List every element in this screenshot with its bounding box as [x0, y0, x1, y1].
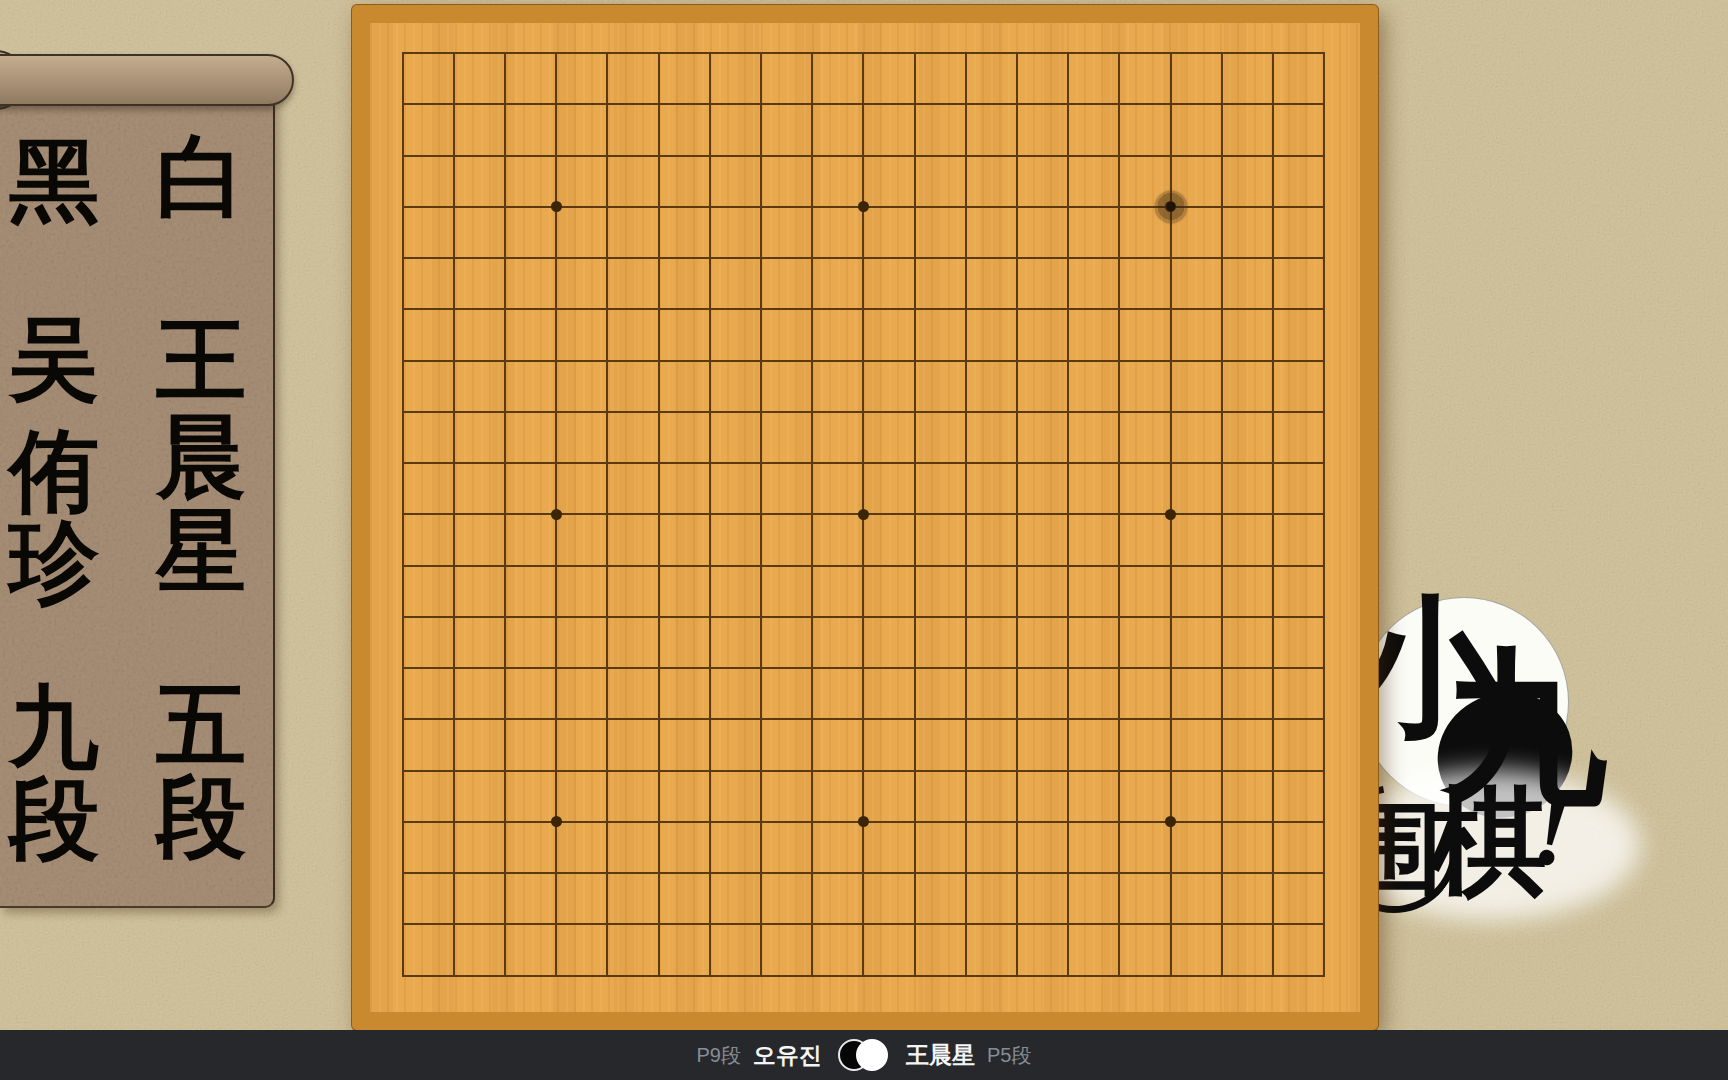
white-name-char: 王: [156, 316, 246, 406]
grid-line-vertical: [1067, 52, 1069, 977]
black-name-char: 珍: [9, 518, 99, 608]
black-rank-badge: P9段: [697, 1042, 741, 1069]
grid-line-vertical: [1118, 52, 1120, 977]
grid-line-vertical: [965, 52, 967, 977]
white-label-char: 白: [156, 133, 246, 223]
star-point: [858, 201, 869, 212]
white-rank-char: 段: [156, 773, 246, 863]
grid-line-horizontal: [402, 872, 1326, 874]
grid-line-horizontal: [402, 975, 1326, 977]
board-grid: [370, 23, 1360, 1012]
black-rank-char: 段: [9, 775, 99, 865]
black-player-name: 오유진: [753, 1040, 822, 1071]
grid-line-horizontal: [402, 770, 1326, 772]
grid-line-horizontal: [402, 718, 1326, 720]
grid-line-horizontal: [402, 616, 1326, 618]
white-rank-char: 五: [156, 681, 246, 771]
white-rank-badge: P5段: [987, 1042, 1031, 1069]
white-name-char: 晨: [156, 413, 246, 503]
black-name-char: 侑: [9, 427, 99, 517]
stone-colors-icon: [838, 1037, 890, 1073]
status-bar: P9段 오유진 王晨星 P5段: [0, 1030, 1728, 1080]
grid-line-vertical: [1323, 52, 1325, 977]
app-logo: 小 九 围 棋 !: [1330, 560, 1710, 960]
white-stone-icon: [856, 1039, 888, 1071]
white-player-name: 王晨星: [906, 1040, 975, 1071]
white-name-char: 星: [156, 507, 246, 597]
black-rank-char: 九: [9, 683, 99, 773]
scroll-rod: [0, 54, 294, 106]
ghost-stone-hover[interactable]: [1155, 191, 1187, 223]
star-point: [1165, 509, 1176, 520]
star-point: [858, 816, 869, 827]
black-label-char: 黑: [9, 137, 99, 227]
grid-line-horizontal: [402, 565, 1326, 567]
star-point: [551, 201, 562, 212]
scroll-paper: 白 王 晨 星 五 段 黑 吴 侑 珍 九 段: [0, 100, 275, 908]
star-point: [551, 509, 562, 520]
grid-line-vertical: [1272, 52, 1274, 977]
star-point: [551, 816, 562, 827]
grid-line-vertical: [1016, 52, 1018, 977]
grid-line-horizontal: [402, 923, 1326, 925]
grid-line-horizontal: [402, 667, 1326, 669]
star-point: [1165, 816, 1176, 827]
go-board[interactable]: [352, 5, 1378, 1030]
app-window: 白 王 晨 星 五 段 黑 吴 侑 珍 九 段 小 九 围 棋 ! P: [0, 0, 1728, 1080]
logo-char: 棋: [1429, 784, 1547, 902]
black-name-char: 吴: [9, 315, 99, 405]
grid-line-vertical: [1221, 52, 1223, 977]
grid-line-vertical: [914, 52, 916, 977]
star-point: [858, 509, 869, 520]
